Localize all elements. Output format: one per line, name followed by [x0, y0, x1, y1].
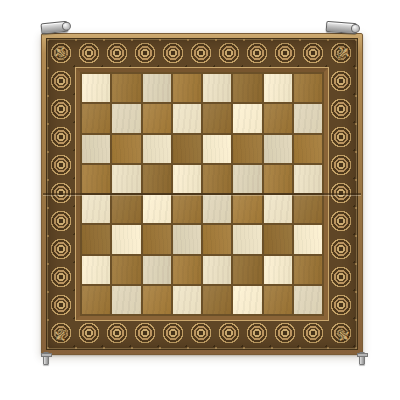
- square-a4[interactable]: [82, 195, 110, 223]
- square-g3[interactable]: [264, 225, 292, 253]
- square-e3[interactable]: [203, 225, 231, 253]
- square-b8[interactable]: [112, 74, 140, 102]
- square-d8[interactable]: [173, 74, 201, 102]
- square-b5[interactable]: [112, 165, 140, 193]
- right-latch-pin-icon: [359, 352, 365, 365]
- left-latch-pin-icon: [43, 352, 49, 365]
- square-g4[interactable]: [264, 195, 292, 223]
- square-e2[interactable]: [203, 256, 231, 284]
- square-b7[interactable]: [112, 104, 140, 132]
- square-a8[interactable]: [82, 74, 110, 102]
- square-c6[interactable]: [143, 135, 171, 163]
- square-e4[interactable]: [203, 195, 231, 223]
- square-d1[interactable]: [173, 286, 201, 314]
- left-hinge-icon: [40, 21, 68, 35]
- square-a6[interactable]: [82, 135, 110, 163]
- square-a1[interactable]: [82, 286, 110, 314]
- square-a5[interactable]: [82, 165, 110, 193]
- square-e5[interactable]: [203, 165, 231, 193]
- corner-fleur-icon: ⚜: [43, 317, 80, 354]
- square-c2[interactable]: [143, 256, 171, 284]
- square-c8[interactable]: [143, 74, 171, 102]
- square-h8[interactable]: [294, 74, 322, 102]
- square-c7[interactable]: [143, 104, 171, 132]
- square-f5[interactable]: [233, 165, 261, 193]
- corner-fleur-icon: ⚜: [325, 317, 362, 354]
- playing-area: [80, 72, 324, 316]
- square-e8[interactable]: [203, 74, 231, 102]
- square-f6[interactable]: [233, 135, 261, 163]
- square-d5[interactable]: [173, 165, 201, 193]
- square-f3[interactable]: [233, 225, 261, 253]
- right-hinge-icon: [326, 21, 358, 34]
- chess-board: ⚜ ⚜ ⚜ ⚜: [41, 33, 363, 355]
- square-g5[interactable]: [264, 165, 292, 193]
- square-c5[interactable]: [143, 165, 171, 193]
- square-e1[interactable]: [203, 286, 231, 314]
- square-h2[interactable]: [294, 256, 322, 284]
- inner-bevel: [76, 68, 328, 320]
- corner-fleur-icon: ⚜: [325, 35, 362, 72]
- square-d2[interactable]: [173, 256, 201, 284]
- square-c3[interactable]: [143, 225, 171, 253]
- square-g8[interactable]: [264, 74, 292, 102]
- square-c1[interactable]: [143, 286, 171, 314]
- square-d4[interactable]: [173, 195, 201, 223]
- square-h5[interactable]: [294, 165, 322, 193]
- square-f4[interactable]: [233, 195, 261, 223]
- square-h4[interactable]: [294, 195, 322, 223]
- square-f7[interactable]: [233, 104, 261, 132]
- square-e7[interactable]: [203, 104, 231, 132]
- square-f2[interactable]: [233, 256, 261, 284]
- square-a3[interactable]: [82, 225, 110, 253]
- square-b1[interactable]: [112, 286, 140, 314]
- square-f8[interactable]: [233, 74, 261, 102]
- square-d7[interactable]: [173, 104, 201, 132]
- square-e6[interactable]: [203, 135, 231, 163]
- square-a2[interactable]: [82, 256, 110, 284]
- square-f1[interactable]: [233, 286, 261, 314]
- square-d6[interactable]: [173, 135, 201, 163]
- square-h1[interactable]: [294, 286, 322, 314]
- corner-fleur-icon: ⚜: [43, 35, 80, 72]
- square-h7[interactable]: [294, 104, 322, 132]
- square-b4[interactable]: [112, 195, 140, 223]
- square-g6[interactable]: [264, 135, 292, 163]
- square-b6[interactable]: [112, 135, 140, 163]
- square-b3[interactable]: [112, 225, 140, 253]
- square-c4[interactable]: [143, 195, 171, 223]
- square-b2[interactable]: [112, 256, 140, 284]
- carved-frame: ⚜ ⚜ ⚜ ⚜: [46, 38, 358, 350]
- product-photo: ⚜ ⚜ ⚜ ⚜: [0, 0, 400, 400]
- square-h3[interactable]: [294, 225, 322, 253]
- square-a7[interactable]: [82, 104, 110, 132]
- square-g7[interactable]: [264, 104, 292, 132]
- square-g1[interactable]: [264, 286, 292, 314]
- square-h6[interactable]: [294, 135, 322, 163]
- square-g2[interactable]: [264, 256, 292, 284]
- square-d3[interactable]: [173, 225, 201, 253]
